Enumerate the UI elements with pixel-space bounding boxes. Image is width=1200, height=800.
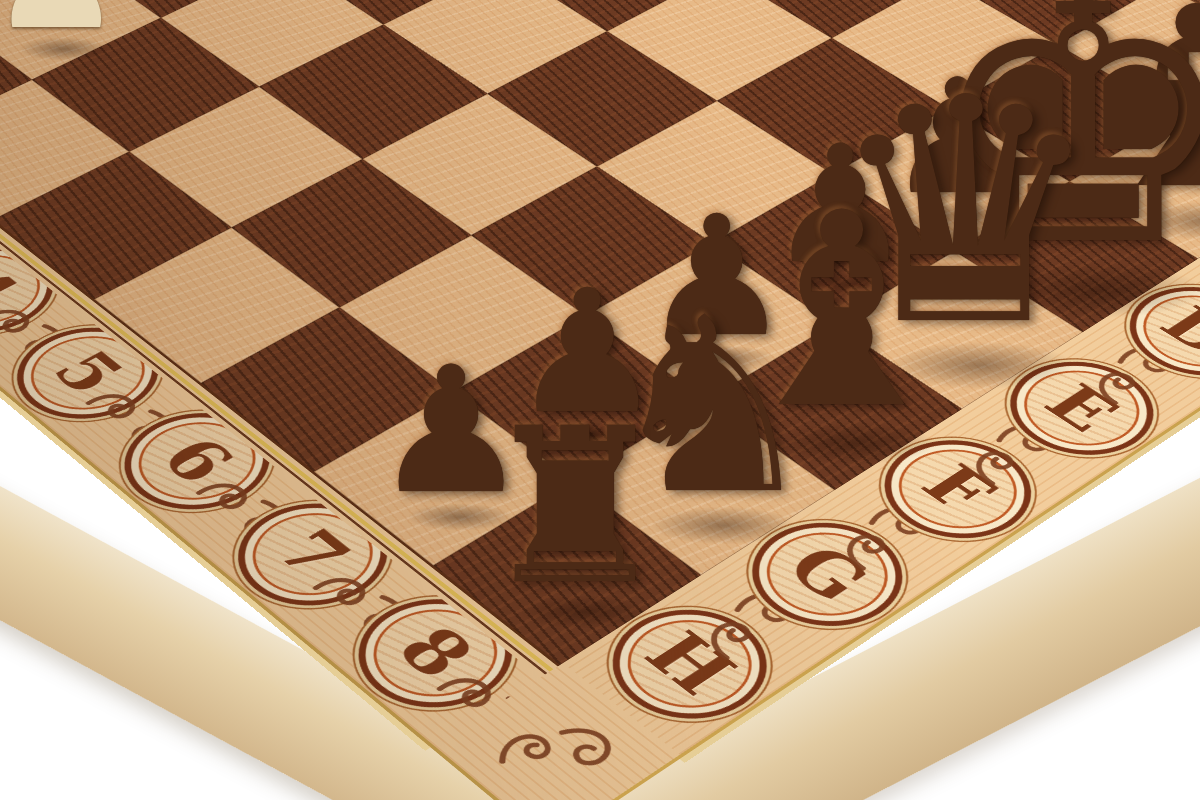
- file-label-D: D: [1149, 299, 1200, 362]
- chessboard-photo: 12345678 HGFEDCBA ♟♟♝♟♚♟♛♟♝♟♞♜: [0, 0, 1200, 800]
- chessboard-grid: [0, 0, 1200, 665]
- scrollwork-flourish: [496, 720, 622, 774]
